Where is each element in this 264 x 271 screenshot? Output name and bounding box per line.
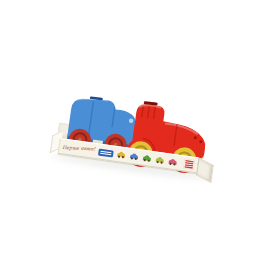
yellow-car-icon: [116, 150, 127, 159]
packaged-toy-cars: Перше авто!: [45, 85, 234, 212]
blue-car-icon: [129, 152, 140, 161]
stripe-badge: [183, 159, 195, 170]
brand-badge: [98, 148, 114, 157]
product-photo: Перше авто!: [0, 0, 264, 271]
green-car-icon: [142, 154, 153, 163]
pink-car-icon: [167, 157, 178, 166]
tray-script-text: Перше авто!: [63, 145, 96, 152]
tray-right-end: [196, 157, 214, 183]
lime-car-icon: [154, 155, 165, 164]
